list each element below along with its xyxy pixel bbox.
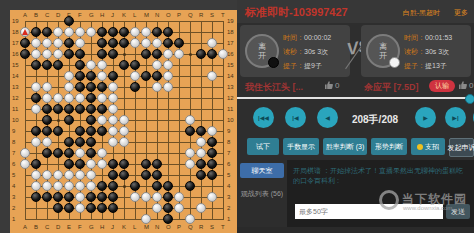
black-stone (152, 159, 162, 169)
nav-back10-button[interactable]: |◀ (285, 107, 306, 128)
black-stone (185, 126, 195, 136)
game-title: 标准即时-103997427 (245, 5, 348, 20)
white-stone (218, 49, 228, 59)
black-stone (97, 49, 107, 59)
black-stone (119, 38, 129, 48)
tab-chatroom[interactable]: 聊天室 (240, 163, 284, 178)
black-stone (97, 82, 107, 92)
black-stone (163, 203, 173, 213)
black-stone (163, 181, 173, 191)
black-stone (42, 60, 52, 70)
col-label: B (34, 224, 38, 230)
white-stone-icon (389, 57, 400, 68)
white-stone (31, 104, 41, 114)
col-label: C (45, 224, 49, 230)
black-stone (141, 159, 151, 169)
col-label: O (166, 12, 171, 18)
black-stone (64, 38, 74, 48)
move-navigation: 208手/208 |◀◀|◀◀▶▶|▶▶| (237, 104, 474, 136)
result-link[interactable]: 白胜-黑超时 (403, 8, 440, 18)
white-stone (86, 170, 96, 180)
col-label: F (78, 224, 82, 230)
black-stone (75, 71, 85, 81)
black-stone (108, 49, 118, 59)
col-label: N (155, 12, 159, 18)
black-stone (86, 203, 96, 213)
black-stone (163, 214, 173, 224)
white-stone (141, 38, 151, 48)
row-label: 2 (12, 205, 15, 211)
white-captures-label: 提子： (404, 62, 425, 69)
white-stone (20, 159, 30, 169)
black-captures-label: 提子： (283, 62, 304, 69)
thumbs-up-icon (325, 81, 333, 89)
black-byoyomi-value: 30s 3次 (304, 48, 328, 55)
white-time-value: 00:01:53 (425, 34, 452, 41)
black-stone (108, 27, 118, 37)
row-label: 17 (227, 40, 234, 46)
white-stone (42, 93, 52, 103)
white-stone (53, 27, 63, 37)
white-byoyomi-value: 30s 3次 (425, 48, 449, 55)
white-stone (207, 38, 217, 48)
black-stone (64, 137, 74, 147)
black-stone (207, 159, 217, 169)
col-label: P (177, 12, 181, 18)
col-label: R (199, 224, 203, 230)
black-stone (86, 71, 96, 81)
black-stone (152, 49, 162, 59)
white-stone (75, 93, 85, 103)
nav-forward10-button[interactable]: ▶| (445, 107, 466, 128)
appeal-button[interactable]: 发起申诉 (449, 138, 474, 157)
white-stone (196, 203, 206, 213)
black-stone (196, 126, 206, 136)
col-label: J (111, 224, 114, 230)
white-stone (207, 71, 217, 81)
white-stone (75, 27, 85, 37)
col-label: N (155, 224, 159, 230)
black-stone (207, 148, 217, 158)
col-label: F (78, 12, 82, 18)
white-stone (152, 60, 162, 70)
hint-dot-icon (417, 144, 423, 150)
col-label: T (221, 224, 225, 230)
col-label: C (45, 12, 49, 18)
chat-message: 开局棋谱 ：开始掉法术了！直播果然出无聊神的蛋糕吃的口令百科利 : (293, 166, 468, 186)
white-stone (185, 148, 195, 158)
black-stone (64, 159, 74, 169)
row-label: 7 (227, 150, 230, 156)
col-label: H (100, 12, 104, 18)
black-stone (86, 82, 96, 92)
white-stone (108, 115, 118, 125)
col-label: M (144, 12, 149, 18)
row-label: 3 (227, 194, 230, 200)
black-stone (64, 203, 74, 213)
black-stone (20, 38, 30, 48)
col-label: B (34, 12, 38, 18)
star-point (189, 53, 192, 56)
black-stone (86, 148, 96, 158)
black-stone (42, 148, 52, 158)
white-stone (42, 181, 52, 191)
nav-first-button[interactable]: |◀◀ (253, 107, 274, 128)
black-stone-icon (268, 57, 279, 68)
white-stone (86, 60, 96, 70)
col-label: Q (188, 12, 193, 18)
white-stone (31, 49, 41, 59)
black-stone (97, 38, 107, 48)
thumbs-up-icon (459, 81, 467, 89)
col-label: D (56, 224, 60, 230)
bottom-strip (237, 227, 474, 233)
move-progress-slider[interactable] (237, 97, 474, 99)
white-stone (185, 214, 195, 224)
black-stone (53, 60, 63, 70)
move-numbers-button[interactable]: 手数显示 (283, 138, 319, 155)
row-label: 14 (227, 73, 234, 79)
white-stone (119, 126, 129, 136)
white-stone (42, 82, 52, 92)
row-label: 13 (227, 84, 234, 90)
black-stone (64, 16, 74, 26)
go-game-app: AABBCCDDEEFFGGHHJJKKLLMMNNOOPPQQRRSSTT19… (0, 0, 474, 233)
white-stone (64, 181, 74, 191)
row-label: 14 (12, 73, 19, 79)
black-stone (97, 203, 107, 213)
white-stone (141, 192, 151, 202)
resign-badge: 认输 (429, 80, 455, 92)
white-stone (53, 170, 63, 180)
white-stone (108, 104, 118, 114)
black-stone (53, 148, 63, 158)
row-label: 13 (12, 84, 19, 90)
row-label: 19 (227, 18, 234, 24)
watermark-url: www.downxia.com (403, 205, 452, 211)
col-label: G (89, 224, 94, 230)
action-buttons-row: 试下手数显示胜率判断 (3)形势判断支招发起申诉 (237, 138, 474, 158)
nav-next-button[interactable]: ▶ (415, 107, 436, 128)
white-stone (31, 38, 41, 48)
black-stone (108, 170, 118, 180)
white-stone (75, 181, 85, 191)
black-stone (97, 126, 107, 136)
black-stone (53, 126, 63, 136)
black-stone (152, 170, 162, 180)
black-stone (108, 181, 118, 191)
black-byoyomi-label: 读秒： (283, 48, 304, 55)
row-label: 15 (227, 62, 234, 68)
nav-prev-button[interactable]: ◀ (317, 107, 338, 128)
black-stone (119, 170, 129, 180)
white-byoyomi-label: 读秒： (404, 48, 425, 55)
white-stone (64, 27, 74, 37)
star-point (57, 119, 60, 122)
white-stone (185, 159, 195, 169)
white-stone (42, 170, 52, 180)
white-stone (31, 170, 41, 180)
row-label: 18 (12, 29, 19, 35)
row-label: 8 (227, 139, 230, 145)
black-stone (97, 104, 107, 114)
black-stone (64, 115, 74, 125)
col-label: L (133, 12, 136, 18)
white-stone (174, 49, 184, 59)
white-stone (53, 93, 63, 103)
row-label: 4 (227, 183, 230, 189)
white-stone (53, 181, 63, 191)
row-label: 15 (12, 62, 19, 68)
row-label: 18 (227, 29, 234, 35)
black-stone (130, 60, 140, 70)
col-label: A (23, 224, 27, 230)
black-stone (97, 181, 107, 191)
black-stone (141, 170, 151, 180)
white-stone (174, 192, 184, 202)
col-label: M (144, 224, 149, 230)
black-stone (196, 159, 206, 169)
black-stone (130, 82, 140, 92)
black-likes-count: 0 (335, 81, 339, 90)
white-stone (75, 192, 85, 202)
white-stone (20, 148, 30, 158)
white-stone (42, 38, 52, 48)
black-stone (119, 159, 129, 169)
black-avatar-status: 离开 (258, 42, 267, 60)
white-stone (152, 203, 162, 213)
white-avatar[interactable]: 离开 (366, 34, 400, 68)
col-label: P (177, 224, 181, 230)
black-stone (53, 203, 63, 213)
col-label: K (122, 224, 126, 230)
black-stone (86, 126, 96, 136)
black-player-info: 时间：00:00:02 读秒：30s 3次 提子：提9子 (283, 31, 331, 73)
black-stone (196, 170, 206, 180)
white-stone (130, 192, 140, 202)
black-stone (152, 71, 162, 81)
white-stone (130, 71, 140, 81)
white-stone (196, 148, 206, 158)
white-stone (141, 214, 151, 224)
black-stone (97, 192, 107, 202)
row-label: 7 (12, 150, 15, 156)
white-stone (86, 181, 96, 191)
black-stone (108, 71, 118, 81)
white-stone (75, 203, 85, 213)
white-stone (163, 49, 173, 59)
black-stone (53, 192, 63, 202)
row-label: 1 (227, 216, 230, 222)
row-label: 9 (12, 128, 15, 134)
black-stone (20, 49, 30, 59)
col-label: Q (188, 224, 193, 230)
row-label: 6 (227, 161, 230, 167)
col-label: D (56, 12, 60, 18)
black-stone (42, 115, 52, 125)
col-label: G (89, 12, 94, 18)
row-label: 10 (12, 117, 19, 123)
row-label: 6 (12, 161, 15, 167)
white-stone (64, 93, 74, 103)
white-stone (53, 38, 63, 48)
black-stone (42, 192, 52, 202)
black-stone (31, 27, 41, 37)
black-stone (31, 192, 41, 202)
more-link[interactable]: 更多 (454, 8, 468, 18)
white-stone (97, 60, 107, 70)
black-stone (141, 49, 151, 59)
row-label: 2 (227, 205, 230, 211)
black-stone (141, 71, 151, 81)
black-likes[interactable]: 0 (325, 81, 339, 90)
slider-knob[interactable] (465, 94, 474, 104)
white-stone (174, 203, 184, 213)
black-captures-value: 提9子 (304, 62, 322, 69)
black-stone (75, 159, 85, 169)
row-label: 3 (12, 194, 15, 200)
white-stone (163, 82, 173, 92)
white-stone (64, 170, 74, 180)
col-label: H (100, 224, 104, 230)
white-stone (31, 137, 41, 147)
white-captures-value: 提13子 (425, 62, 447, 69)
star-point (123, 53, 126, 56)
white-stone (97, 148, 107, 158)
col-label: K (122, 12, 126, 18)
black-stone (31, 93, 41, 103)
row-label: 9 (227, 128, 230, 134)
tab-spectators[interactable]: 观战列表 (56) (240, 186, 284, 201)
winrate-judge-button[interactable]: 胜率判断 (3) (323, 138, 367, 155)
black-stone (86, 137, 96, 147)
black-stone (207, 137, 217, 147)
col-label: J (111, 12, 114, 18)
black-time-label: 时间： (283, 34, 304, 41)
black-stone (130, 181, 140, 191)
row-label: 19 (12, 18, 19, 24)
row-label: 11 (227, 106, 233, 112)
star-point (123, 185, 126, 188)
white-stone (75, 170, 85, 180)
white-stone (163, 60, 173, 70)
black-stone (196, 49, 206, 59)
white-stone (196, 137, 206, 147)
col-label: S (210, 224, 214, 230)
white-stone (130, 38, 140, 48)
white-stone (86, 159, 96, 169)
white-stone (108, 137, 118, 147)
try-move-button[interactable]: 试下 (247, 138, 279, 155)
row-label: 8 (12, 139, 15, 145)
white-likes[interactable]: 0 (459, 81, 473, 90)
chat-panel: 聊天室观战列表 (56) 开局棋谱 ：开始掉法术了！直播果然出无聊神的蛋糕吃的口… (237, 160, 474, 227)
white-stone (97, 93, 107, 103)
black-time-value: 00:00:02 (304, 34, 331, 41)
black-stone (75, 82, 85, 92)
col-label: R (199, 12, 203, 18)
white-player-info: 时间：00:01:53 读秒：30s 3次 提子：提13子 (404, 31, 452, 73)
white-stone (152, 192, 162, 202)
white-stone (119, 137, 129, 147)
white-stone (108, 126, 118, 136)
white-stone (75, 38, 85, 48)
row-label: 12 (227, 95, 234, 101)
black-stone (86, 192, 96, 202)
black-stone (64, 192, 74, 202)
white-stone (163, 71, 173, 81)
white-stone (185, 115, 195, 125)
white-stone (97, 71, 107, 81)
col-label: O (166, 224, 171, 230)
black-stone (163, 192, 173, 202)
white-stone (108, 93, 118, 103)
black-stone (108, 203, 118, 213)
last-move-triangle-marker (22, 29, 28, 35)
black-stone (64, 148, 74, 158)
black-stone (75, 137, 85, 147)
black-stone (31, 159, 41, 169)
black-stone (119, 60, 129, 70)
white-stone (64, 71, 74, 81)
black-stone (86, 93, 96, 103)
white-stone (108, 82, 118, 92)
white-player-card: 离开 时间：00:01:53 读秒：30s 3次 提子：提13子 (361, 25, 471, 77)
white-stone (31, 82, 41, 92)
white-time-label: 时间： (404, 34, 425, 41)
position-judge-button[interactable]: 形势判断 (371, 138, 407, 155)
black-stone (207, 49, 217, 59)
white-stone (97, 159, 107, 169)
black-stone (75, 60, 85, 70)
white-stone (119, 115, 129, 125)
row-label: 12 (12, 95, 19, 101)
black-stone (42, 104, 52, 114)
black-avatar[interactable]: 离开 (245, 34, 279, 68)
white-stone (75, 148, 85, 158)
black-player-name[interactable]: 我住长江头 [... (245, 81, 303, 94)
black-stone (163, 38, 173, 48)
row-label: 11 (12, 106, 18, 112)
white-player-name[interactable]: 余应平 [7.5D] (364, 81, 419, 94)
col-label: S (210, 12, 214, 18)
black-stone (64, 104, 74, 114)
row-label: 16 (227, 51, 234, 57)
white-stone (130, 27, 140, 37)
title-bar: 标准即时-103997427 白胜-黑超时 更多 (237, 0, 474, 23)
col-label: L (133, 224, 136, 230)
black-stone (86, 115, 96, 125)
row-label: 10 (227, 117, 234, 123)
black-stone (174, 38, 184, 48)
row-label: 17 (12, 40, 19, 46)
white-stone (86, 27, 96, 37)
white-likes-count: 0 (469, 81, 473, 90)
black-stone (163, 27, 173, 37)
white-stone (53, 49, 63, 59)
black-stone (75, 104, 85, 114)
col-label: T (221, 12, 225, 18)
white-avatar-status: 离开 (379, 42, 388, 60)
black-stone (75, 49, 85, 59)
hint-button[interactable]: 支招 (411, 138, 445, 155)
black-stone (152, 27, 162, 37)
white-stone (207, 192, 217, 202)
black-stone (108, 38, 118, 48)
row-label: 4 (12, 183, 15, 189)
black-stone (97, 27, 107, 37)
go-board[interactable]: AABBCCDDEEFFGGHHJJKKLLMMNNOOPPQQRRSSTT19… (10, 10, 237, 233)
